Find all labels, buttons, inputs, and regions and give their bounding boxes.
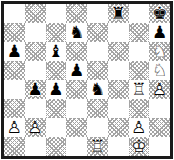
- square-c7[interactable]: [46, 23, 67, 42]
- white-rook: ♜♖: [131, 81, 146, 98]
- square-d6[interactable]: [66, 42, 87, 61]
- square-d8[interactable]: [66, 4, 87, 23]
- black-king: ♚: [152, 5, 167, 22]
- square-f5[interactable]: [108, 61, 129, 80]
- square-b5[interactable]: [25, 61, 46, 80]
- square-h6[interactable]: ♞♘: [149, 42, 170, 61]
- square-g8[interactable]: [129, 4, 150, 23]
- black-pawn: ♟: [28, 81, 43, 98]
- square-a7[interactable]: [4, 23, 25, 42]
- square-d1[interactable]: [66, 137, 87, 156]
- black-pawn: ♟: [69, 62, 84, 79]
- square-b8[interactable]: [25, 4, 46, 23]
- black-pawn: ♟: [152, 24, 167, 41]
- chess-board: ♜♚♞♟♟♝♞♘♟♞♘♟♟♞♜♖♟♙♟♙♟♙♟♙♜♖♚♔: [1, 1, 173, 159]
- square-e7[interactable]: [87, 23, 108, 42]
- square-b2[interactable]: ♟♙: [25, 118, 46, 137]
- square-h8[interactable]: ♚: [149, 4, 170, 23]
- square-d5[interactable]: ♟: [66, 61, 87, 80]
- square-g7[interactable]: [129, 23, 150, 42]
- square-a5[interactable]: [4, 61, 25, 80]
- square-g4[interactable]: ♜♖: [129, 80, 150, 99]
- square-d2[interactable]: [66, 118, 87, 137]
- square-d3[interactable]: [66, 99, 87, 118]
- white-rook: ♜♖: [90, 138, 105, 155]
- square-b6[interactable]: [25, 42, 46, 61]
- square-a8[interactable]: [4, 4, 25, 23]
- black-bishop: ♝: [48, 43, 63, 60]
- square-c2[interactable]: [46, 118, 67, 137]
- square-b4[interactable]: ♟: [25, 80, 46, 99]
- square-c5[interactable]: [46, 61, 67, 80]
- square-f2[interactable]: [108, 118, 129, 137]
- square-a2[interactable]: ♟♙: [4, 118, 25, 137]
- square-e5[interactable]: [87, 61, 108, 80]
- square-c3[interactable]: [46, 99, 67, 118]
- square-c4[interactable]: ♟: [46, 80, 67, 99]
- square-a1[interactable]: [4, 137, 25, 156]
- square-g2[interactable]: ♟♙: [129, 118, 150, 137]
- square-a3[interactable]: [4, 99, 25, 118]
- square-f7[interactable]: [108, 23, 129, 42]
- square-g6[interactable]: [129, 42, 150, 61]
- square-e2[interactable]: [87, 118, 108, 137]
- white-pawn: ♟♙: [131, 119, 146, 136]
- square-f4[interactable]: [108, 80, 129, 99]
- black-rook: ♜: [111, 5, 126, 22]
- square-b3[interactable]: [25, 99, 46, 118]
- black-knight: ♞: [69, 24, 84, 41]
- square-e4[interactable]: ♞: [87, 80, 108, 99]
- square-d4[interactable]: [66, 80, 87, 99]
- square-f6[interactable]: [108, 42, 129, 61]
- square-d7[interactable]: ♞: [66, 23, 87, 42]
- square-b1[interactable]: [25, 137, 46, 156]
- square-h5[interactable]: ♞♘: [149, 61, 170, 80]
- white-pawn: ♟♙: [7, 119, 22, 136]
- square-e6[interactable]: [87, 42, 108, 61]
- square-g1[interactable]: ♚♔: [129, 137, 150, 156]
- square-c6[interactable]: ♝: [46, 42, 67, 61]
- white-pawn: ♟♙: [152, 81, 167, 98]
- white-pawn: ♟♙: [28, 119, 43, 136]
- square-f3[interactable]: [108, 99, 129, 118]
- square-h1[interactable]: [149, 137, 170, 156]
- square-a6[interactable]: ♟: [4, 42, 25, 61]
- square-h7[interactable]: ♟: [149, 23, 170, 42]
- black-pawn: ♟: [48, 81, 63, 98]
- white-knight: ♞♘: [152, 43, 167, 60]
- square-f8[interactable]: ♜: [108, 4, 129, 23]
- black-knight: ♞: [90, 81, 105, 98]
- square-c8[interactable]: [46, 4, 67, 23]
- square-h2[interactable]: [149, 118, 170, 137]
- square-g5[interactable]: [129, 61, 150, 80]
- square-e3[interactable]: [87, 99, 108, 118]
- square-b7[interactable]: [25, 23, 46, 42]
- square-h4[interactable]: ♟♙: [149, 80, 170, 99]
- white-king: ♚♔: [131, 138, 146, 155]
- chess-diagram: ♜♚♞♟♟♝♞♘♟♞♘♟♟♞♜♖♟♙♟♙♟♙♟♙♜♖♚♔: [0, 0, 174, 160]
- square-a4[interactable]: [4, 80, 25, 99]
- square-f1[interactable]: [108, 137, 129, 156]
- white-knight: ♞♘: [152, 62, 167, 79]
- square-e8[interactable]: [87, 4, 108, 23]
- black-pawn: ♟: [7, 43, 22, 60]
- square-g3[interactable]: [129, 99, 150, 118]
- square-e1[interactable]: ♜♖: [87, 137, 108, 156]
- square-c1[interactable]: [46, 137, 67, 156]
- square-h3[interactable]: [149, 99, 170, 118]
